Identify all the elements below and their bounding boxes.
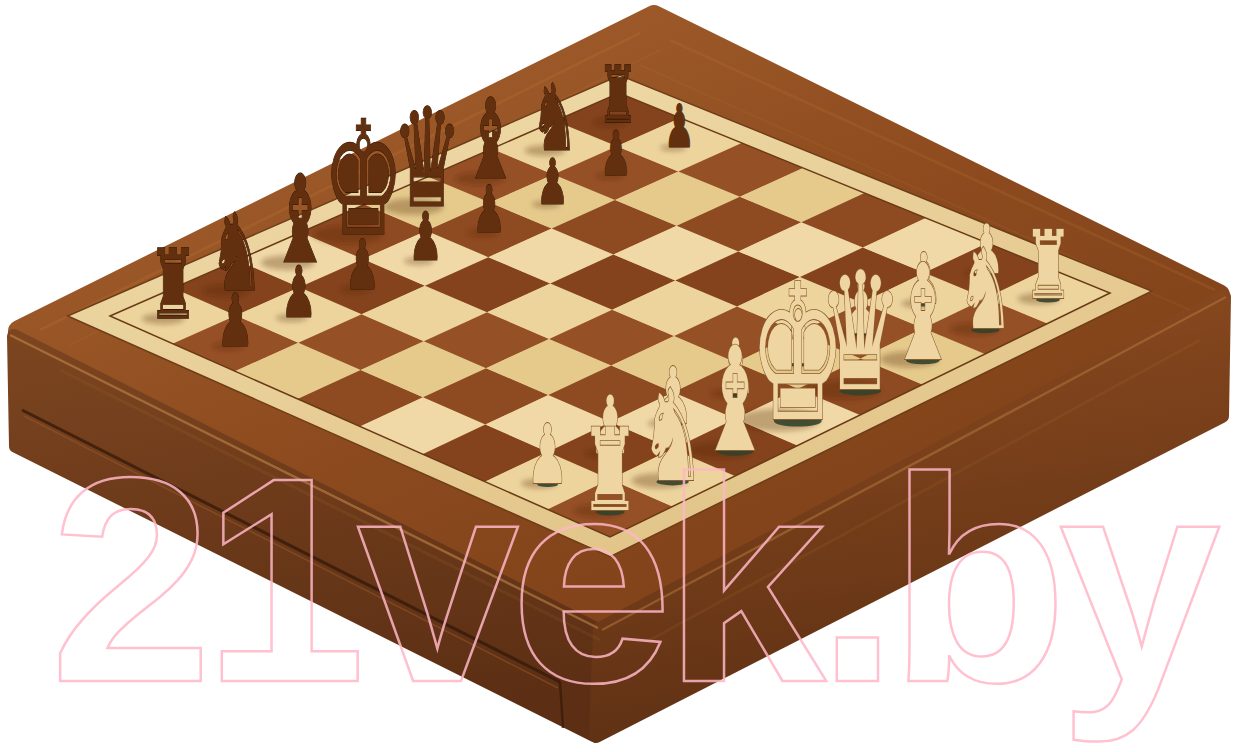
piece-white-pawn-h2: ♟ xyxy=(521,407,569,503)
piece-glyph: ♟ xyxy=(472,172,506,248)
piece-black-pawn-d7: ♟ xyxy=(468,172,506,248)
piece-glyph: ♞ xyxy=(957,225,1014,354)
piece-glyph: ♜ xyxy=(581,405,640,537)
piece-glyph: ♟ xyxy=(600,119,632,190)
piece-white-knight-b1: ♞ xyxy=(950,225,1014,354)
piece-white-rook-h1: ♜ xyxy=(573,405,639,537)
chess-scene: ♜♟♞♟♝♟♛♟♚♟♝♟♟♞♜♟♟♜♞♟♟♝♟♛♟♚♟♝♟♞♟♜ xyxy=(0,0,1242,752)
piece-black-pawn-a7: ♟ xyxy=(660,92,694,161)
piece-white-knight-g1: ♞ xyxy=(632,362,706,509)
piece-black-pawn-g7: ♟ xyxy=(276,251,317,334)
piece-black-pawn-f7: ♟ xyxy=(340,225,380,305)
piece-glyph: ♟ xyxy=(526,407,569,503)
piece-glyph: ♜ xyxy=(1024,210,1073,320)
piece-glyph: ♞ xyxy=(640,362,706,509)
piece-glyph: ♟ xyxy=(408,198,443,276)
piece-glyph: ♜ xyxy=(148,229,198,342)
piece-glyph: ♟ xyxy=(281,251,318,334)
chess-set-product-photo: ♜♟♞♟♝♟♛♟♚♟♝♟♟♞♜♟♟♜♞♟♟♝♟♛♟♚♟♝♟♞♟♜ 21vek.b… xyxy=(0,0,1242,752)
piece-black-pawn-b7: ♟ xyxy=(596,119,632,190)
piece-glyph: ♟ xyxy=(536,145,569,219)
piece-glyph: ♟ xyxy=(664,92,695,161)
piece-black-pawn-c7: ♟ xyxy=(532,145,569,219)
piece-black-pawn-e7: ♟ xyxy=(404,198,443,276)
piece-black-rook-h8: ♜ xyxy=(142,229,198,342)
piece-white-rook-a1: ♜ xyxy=(1018,210,1073,320)
piece-black-pawn-h7: ♟ xyxy=(212,278,254,363)
piece-glyph: ♝ xyxy=(698,315,773,484)
piece-glyph: ♟ xyxy=(344,225,380,305)
piece-glyph: ♟ xyxy=(217,278,255,363)
